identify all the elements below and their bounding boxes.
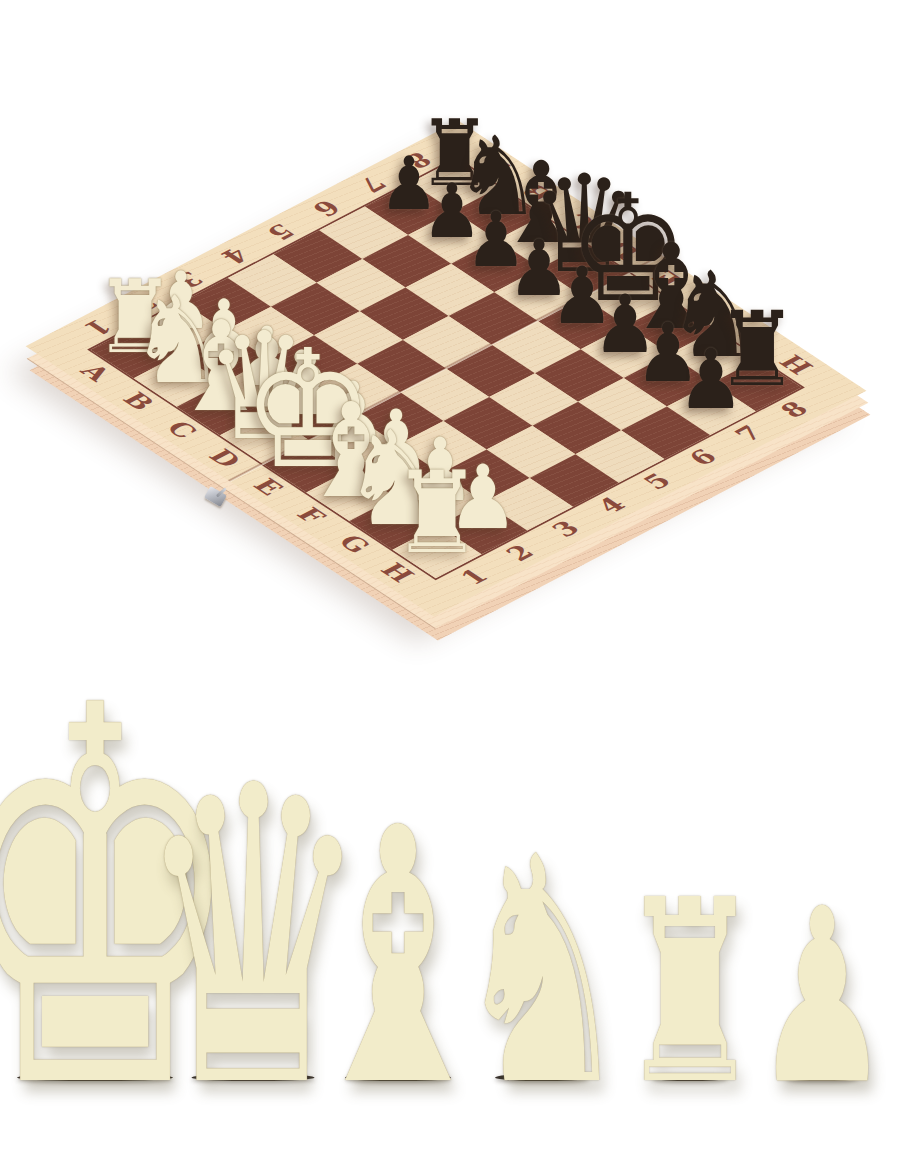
rank-label-left-5: 5: [262, 221, 299, 244]
rank-label-left-7: 7: [353, 173, 390, 196]
rank-label-right-8: 8: [776, 398, 813, 421]
chess-board: AABBCCDDEEFFGGHH1122334455667788: [26, 120, 867, 616]
product-photo: AABBCCDDEEFFGGHH1122334455667788 ♜♞♝♛♚♝♞…: [0, 0, 900, 1174]
metal-clasp-icon: [204, 486, 227, 507]
rank-label-left-3: 3: [170, 268, 207, 291]
rank-label-right-7: 7: [730, 422, 767, 445]
rank-label-right-3: 3: [547, 518, 584, 541]
rank-label-left-8: 8: [399, 149, 436, 172]
file-label-near-f: F: [292, 504, 330, 526]
rank-label-left-6: 6: [307, 197, 344, 220]
rank-label-left-1: 1: [79, 316, 116, 339]
rank-label-right-4: 4: [593, 494, 630, 517]
rank-label-right-1: 1: [456, 565, 493, 588]
piece-lineup: ♚♛♝♞♜♟: [0, 660, 900, 1174]
lineup-white-pawn: ♟: [753, 877, 891, 1117]
rank-label-left-2: 2: [125, 292, 162, 315]
lineup-white-rook: ♜: [618, 867, 763, 1119]
rank-label-right-6: 6: [684, 446, 721, 469]
rank-label-right-5: 5: [638, 470, 675, 493]
rank-label-right-2: 2: [501, 542, 538, 565]
file-label-far-f: F: [691, 296, 729, 318]
rank-label-left-4: 4: [216, 244, 253, 267]
lineup-white-knight: ♞: [452, 816, 631, 1128]
